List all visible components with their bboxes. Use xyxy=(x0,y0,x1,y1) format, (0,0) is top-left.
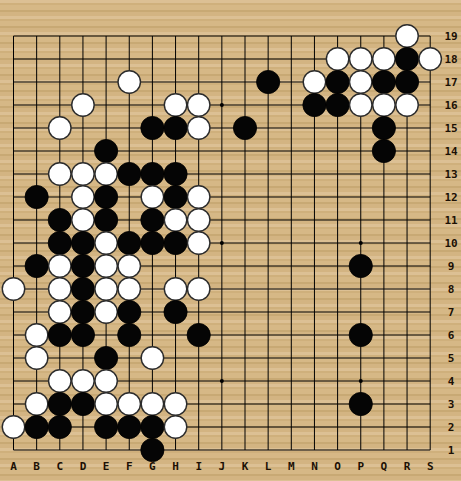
white-stone xyxy=(95,393,117,415)
white-stone xyxy=(72,186,94,208)
black-stone xyxy=(372,139,395,162)
white-stone xyxy=(118,278,140,300)
black-stone xyxy=(71,323,94,346)
white-stone xyxy=(396,25,418,47)
white-stone xyxy=(25,324,47,346)
black-stone xyxy=(141,231,164,254)
white-stone xyxy=(25,347,47,369)
column-label: F xyxy=(126,460,133,473)
white-stone xyxy=(95,232,117,254)
white-stone xyxy=(141,347,163,369)
row-label: 9 xyxy=(448,260,455,273)
white-stone xyxy=(49,163,71,185)
row-label: 2 xyxy=(448,421,455,434)
board-graphic: ABCDEFGHIJKLMNOPQRS191817161514131211109… xyxy=(0,0,461,481)
black-stone xyxy=(141,208,164,231)
column-label: G xyxy=(149,460,156,473)
white-stone xyxy=(188,209,210,231)
white-stone xyxy=(141,393,163,415)
black-stone xyxy=(95,346,118,369)
row-label: 6 xyxy=(448,329,455,342)
white-stone xyxy=(373,48,395,70)
white-stone xyxy=(49,370,71,392)
black-stone xyxy=(118,323,141,346)
black-stone xyxy=(141,415,164,438)
black-stone xyxy=(71,277,94,300)
row-label: 1 xyxy=(448,444,455,457)
white-stone xyxy=(419,48,441,70)
column-label: P xyxy=(357,460,364,473)
black-stone xyxy=(95,208,118,231)
column-label: N xyxy=(311,460,318,473)
black-stone xyxy=(95,415,118,438)
row-label: 12 xyxy=(444,191,457,204)
row-label: 14 xyxy=(444,145,458,158)
white-stone xyxy=(188,117,210,139)
black-stone xyxy=(71,300,94,323)
row-label: 8 xyxy=(448,283,455,296)
row-label: 11 xyxy=(444,214,458,227)
white-stone xyxy=(373,94,395,116)
white-stone xyxy=(350,71,372,93)
white-stone xyxy=(95,255,117,277)
column-label: D xyxy=(80,460,87,473)
star-point xyxy=(359,241,363,245)
white-stone xyxy=(49,278,71,300)
row-label: 7 xyxy=(448,306,455,319)
white-stone xyxy=(396,94,418,116)
white-stone xyxy=(2,278,24,300)
black-stone xyxy=(164,116,187,139)
white-stone xyxy=(118,71,140,93)
black-stone xyxy=(141,162,164,185)
white-stone xyxy=(95,370,117,392)
black-stone xyxy=(71,231,94,254)
row-label: 18 xyxy=(444,53,457,66)
column-label: K xyxy=(242,460,249,473)
black-stone xyxy=(48,231,71,254)
white-stone xyxy=(326,48,348,70)
black-stone xyxy=(164,231,187,254)
black-stone xyxy=(395,47,418,70)
black-stone xyxy=(349,254,372,277)
white-stone xyxy=(72,370,94,392)
black-stone xyxy=(48,392,71,415)
column-label: L xyxy=(265,460,272,473)
black-stone xyxy=(25,254,48,277)
black-stone xyxy=(25,415,48,438)
black-stone xyxy=(118,415,141,438)
black-stone xyxy=(118,162,141,185)
column-label: Q xyxy=(381,460,388,473)
star-point xyxy=(359,379,363,383)
black-stone xyxy=(187,323,210,346)
black-stone xyxy=(326,70,349,93)
black-stone xyxy=(48,208,71,231)
white-stone xyxy=(188,94,210,116)
row-label: 19 xyxy=(444,30,457,43)
black-stone xyxy=(48,415,71,438)
black-stone xyxy=(164,185,187,208)
row-label: 4 xyxy=(448,375,455,388)
star-point xyxy=(220,379,224,383)
white-stone xyxy=(49,117,71,139)
white-stone xyxy=(95,301,117,323)
white-stone xyxy=(49,255,71,277)
black-stone xyxy=(349,323,372,346)
row-label: 3 xyxy=(448,398,455,411)
white-stone xyxy=(350,94,372,116)
black-stone xyxy=(25,185,48,208)
black-stone xyxy=(303,93,326,116)
column-label: B xyxy=(33,460,40,473)
white-stone xyxy=(164,209,186,231)
column-label: H xyxy=(172,460,179,473)
column-label: R xyxy=(404,460,411,473)
white-stone xyxy=(95,163,117,185)
black-stone xyxy=(141,116,164,139)
white-stone xyxy=(49,301,71,323)
star-point xyxy=(220,103,224,107)
column-label: M xyxy=(288,460,295,473)
white-stone xyxy=(72,209,94,231)
black-stone xyxy=(71,254,94,277)
row-label: 10 xyxy=(444,237,457,250)
white-stone xyxy=(164,278,186,300)
white-stone xyxy=(164,94,186,116)
white-stone xyxy=(164,416,186,438)
column-label: O xyxy=(334,460,341,473)
row-label: 5 xyxy=(448,352,455,365)
column-label: E xyxy=(103,460,110,473)
white-stone xyxy=(350,48,372,70)
white-stone xyxy=(188,186,210,208)
black-stone xyxy=(118,231,141,254)
black-stone xyxy=(164,300,187,323)
column-label: I xyxy=(195,460,202,473)
black-stone xyxy=(95,139,118,162)
row-label: 13 xyxy=(444,168,457,181)
white-stone xyxy=(2,416,24,438)
black-stone xyxy=(372,116,395,139)
black-stone xyxy=(233,116,256,139)
row-label: 16 xyxy=(444,99,458,112)
white-stone xyxy=(141,186,163,208)
black-stone xyxy=(326,93,349,116)
column-label: J xyxy=(219,460,226,473)
column-label: C xyxy=(56,460,63,473)
white-stone xyxy=(72,163,94,185)
white-stone xyxy=(303,71,325,93)
white-stone xyxy=(164,393,186,415)
black-stone xyxy=(48,323,71,346)
column-label: S xyxy=(427,460,434,473)
black-stone xyxy=(95,185,118,208)
black-stone xyxy=(71,392,94,415)
black-stone xyxy=(395,70,418,93)
white-stone xyxy=(72,94,94,116)
black-stone xyxy=(141,438,164,461)
white-stone xyxy=(118,255,140,277)
black-stone xyxy=(372,70,395,93)
black-stone xyxy=(118,300,141,323)
white-stone xyxy=(25,393,47,415)
white-stone xyxy=(188,278,210,300)
black-stone xyxy=(164,162,187,185)
star-point xyxy=(220,241,224,245)
black-stone xyxy=(257,70,280,93)
row-label: 15 xyxy=(444,122,457,135)
white-stone xyxy=(95,278,117,300)
black-stone xyxy=(349,392,372,415)
column-label: A xyxy=(10,460,17,473)
go-board-app: ABCDEFGHIJKLMNOPQRS191817161514131211109… xyxy=(0,0,461,481)
white-stone xyxy=(118,393,140,415)
white-stone xyxy=(188,232,210,254)
row-label: 17 xyxy=(444,76,457,89)
